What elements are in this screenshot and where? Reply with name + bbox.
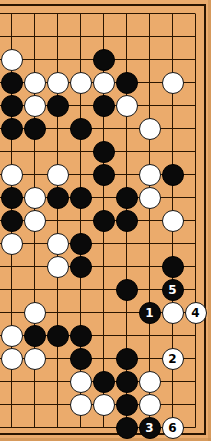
intersection-M14 [23,117,46,140]
white-stone [1,49,23,71]
go-board: 514236 [0,2,207,439]
intersection-R15 [138,94,161,117]
white-stone [93,72,115,94]
intersection-Q11 [115,186,138,209]
intersection-S2 [161,393,184,416]
white-stone [1,325,23,347]
white-stone [24,302,46,324]
intersection-T18 [184,25,207,48]
black-stone [47,95,69,117]
intersection-L13 [0,140,23,163]
white-stone [162,302,184,324]
intersection-N9 [46,232,69,255]
black-stone [116,394,138,416]
intersection-M8 [23,255,46,278]
intersection-R8 [138,255,161,278]
intersection-R6: 1 [138,301,161,324]
intersection-M1 [23,416,46,439]
white-stone [139,371,161,393]
intersection-Q9 [115,232,138,255]
intersection-S10 [161,209,184,232]
white-stone [70,72,92,94]
white-stone [162,72,184,94]
intersection-S17 [161,48,184,71]
intersection-M13 [23,140,46,163]
white-stone [24,348,46,370]
intersection-S15 [161,94,184,117]
white-stone [1,348,23,370]
intersection-R18 [138,25,161,48]
intersection-N16 [46,71,69,94]
black-stone-move-1: 1 [139,302,161,324]
intersection-L16 [0,71,23,94]
intersection-M4 [23,347,46,370]
intersection-P16 [92,71,115,94]
intersection-T12 [184,163,207,186]
intersection-L8 [0,255,23,278]
black-stone [1,187,23,209]
intersection-N5 [46,324,69,347]
intersection-P17 [92,48,115,71]
black-stone [70,118,92,140]
intersection-Q3 [115,370,138,393]
intersection-R13 [138,140,161,163]
black-stone [93,210,115,232]
black-stone [70,325,92,347]
intersection-R5 [138,324,161,347]
intersection-N8 [46,255,69,278]
intersection-O19 [69,2,92,25]
intersection-T4 [184,347,207,370]
intersection-Q8 [115,255,138,278]
intersection-P19 [92,2,115,25]
black-stone [47,325,69,347]
intersection-R11 [138,186,161,209]
white-stone [139,118,161,140]
intersection-P2 [92,393,115,416]
white-stone [162,210,184,232]
intersection-N19 [46,2,69,25]
black-stone [1,210,23,232]
white-stone-move-2: 2 [162,348,184,370]
black-stone [93,95,115,117]
intersection-R9 [138,232,161,255]
intersection-L11 [0,186,23,209]
intersection-T11 [184,186,207,209]
intersection-M2 [23,393,46,416]
intersection-N3 [46,370,69,393]
intersection-N2 [46,393,69,416]
intersection-O10 [69,209,92,232]
intersection-P3 [92,370,115,393]
black-stone [162,256,184,278]
intersection-R10 [138,209,161,232]
intersection-M19 [23,2,46,25]
black-stone [116,210,138,232]
white-stone [24,187,46,209]
intersection-M3 [23,370,46,393]
intersection-O13 [69,140,92,163]
white-stone [47,233,69,255]
intersection-L12 [0,163,23,186]
white-stone [1,164,23,186]
white-stone [70,371,92,393]
black-stone [116,279,138,301]
black-stone [24,325,46,347]
intersection-O16 [69,71,92,94]
intersection-L3 [0,370,23,393]
intersection-S13 [161,140,184,163]
intersection-P8 [92,255,115,278]
intersection-T16 [184,71,207,94]
intersection-M7 [23,278,46,301]
intersection-S3 [161,370,184,393]
intersection-N17 [46,48,69,71]
intersection-Q1 [115,416,138,439]
intersection-N14 [46,117,69,140]
intersection-P7 [92,278,115,301]
intersection-M9 [23,232,46,255]
intersection-P4 [92,347,115,370]
intersection-R12 [138,163,161,186]
intersection-O12 [69,163,92,186]
intersection-Q19 [115,2,138,25]
intersection-N11 [46,186,69,209]
intersection-R19 [138,2,161,25]
black-stone [116,348,138,370]
intersection-P15 [92,94,115,117]
intersection-O18 [69,25,92,48]
black-stone-move-5: 5 [162,279,184,301]
intersection-Q17 [115,48,138,71]
intersection-S16 [161,71,184,94]
intersection-T10 [184,209,207,232]
intersection-P5 [92,324,115,347]
intersection-P12 [92,163,115,186]
intersection-T5 [184,324,207,347]
intersection-M16 [23,71,46,94]
white-stone [116,95,138,117]
white-stone [93,394,115,416]
black-stone [70,348,92,370]
intersection-Q12 [115,163,138,186]
intersection-L15 [0,94,23,117]
intersection-Q6 [115,301,138,324]
intersection-S7: 5 [161,278,184,301]
black-stone [70,187,92,209]
intersection-R1: 3 [138,416,161,439]
intersection-S18 [161,25,184,48]
intersection-R16 [138,71,161,94]
intersection-N10 [46,209,69,232]
intersection-L5 [0,324,23,347]
intersection-L9 [0,232,23,255]
black-stone [24,118,46,140]
intersection-L17 [0,48,23,71]
intersection-Q5 [115,324,138,347]
intersection-L18 [0,25,23,48]
intersection-L6 [0,301,23,324]
intersection-S9 [161,232,184,255]
white-stone-move-4: 4 [185,302,207,324]
intersection-R14 [138,117,161,140]
intersection-N7 [46,278,69,301]
intersection-O9 [69,232,92,255]
intersection-P11 [92,186,115,209]
intersection-T15 [184,94,207,117]
intersection-L14 [0,117,23,140]
intersection-L7 [0,278,23,301]
intersection-O1 [69,416,92,439]
intersection-Q4 [115,347,138,370]
intersection-S4: 2 [161,347,184,370]
white-stone [1,233,23,255]
intersection-Q18 [115,25,138,48]
intersection-L4 [0,347,23,370]
intersection-M18 [23,25,46,48]
intersection-O8 [69,255,92,278]
black-stone [93,371,115,393]
intersection-M17 [23,48,46,71]
intersection-R4 [138,347,161,370]
intersection-P18 [92,25,115,48]
black-stone [1,118,23,140]
white-stone [70,394,92,416]
intersection-R2 [138,393,161,416]
intersection-P14 [92,117,115,140]
intersection-T17 [184,48,207,71]
intersection-N6 [46,301,69,324]
intersection-T1 [184,416,207,439]
white-stone [47,72,69,94]
intersection-N18 [46,25,69,48]
black-stone [93,141,115,163]
black-stone [116,371,138,393]
intersection-M15 [23,94,46,117]
intersection-O14 [69,117,92,140]
black-stone [116,417,138,439]
white-stone-move-6: 6 [162,417,184,439]
black-stone [47,187,69,209]
board-side-bevel-right [208,0,211,441]
black-stone-move-3: 3 [139,417,161,439]
intersection-T9 [184,232,207,255]
intersection-O7 [69,278,92,301]
intersection-L10 [0,209,23,232]
intersection-M5 [23,324,46,347]
intersection-S14 [161,117,184,140]
intersection-M11 [23,186,46,209]
black-stone [162,164,184,186]
black-stone [70,233,92,255]
black-stone [1,72,23,94]
intersection-T7 [184,278,207,301]
white-stone [24,210,46,232]
intersection-S5 [161,324,184,347]
intersection-M10 [23,209,46,232]
intersection-P9 [92,232,115,255]
intersection-T8 [184,255,207,278]
black-stone [116,187,138,209]
intersection-Q16 [115,71,138,94]
intersection-O17 [69,48,92,71]
intersection-Q13 [115,140,138,163]
intersection-P10 [92,209,115,232]
black-stone [70,256,92,278]
intersection-P13 [92,140,115,163]
black-stone [1,95,23,117]
intersection-S11 [161,186,184,209]
intersection-S8 [161,255,184,278]
intersection-S1: 6 [161,416,184,439]
white-stone [139,394,161,416]
intersection-M6 [23,301,46,324]
white-stone [47,164,69,186]
intersection-S12 [161,163,184,186]
black-stone [93,164,115,186]
white-stone [24,72,46,94]
intersection-R17 [138,48,161,71]
intersection-T19 [184,2,207,25]
intersection-O15 [69,94,92,117]
white-stone [24,95,46,117]
intersection-S6 [161,301,184,324]
intersection-L2 [0,393,23,416]
intersection-M12 [23,163,46,186]
intersection-O11 [69,186,92,209]
intersection-N15 [46,94,69,117]
intersection-T3 [184,370,207,393]
intersection-T14 [184,117,207,140]
intersection-N13 [46,140,69,163]
intersection-O4 [69,347,92,370]
intersection-Q15 [115,94,138,117]
intersection-N1 [46,416,69,439]
intersection-N12 [46,163,69,186]
intersection-O6 [69,301,92,324]
white-stone [139,164,161,186]
intersection-L1 [0,416,23,439]
intersection-L19 [0,2,23,25]
intersection-Q2 [115,393,138,416]
intersection-Q7 [115,278,138,301]
go-diagram: 514236 [0,0,211,441]
black-stone [93,49,115,71]
black-stone [116,72,138,94]
intersection-T2 [184,393,207,416]
intersection-R3 [138,370,161,393]
intersection-O2 [69,393,92,416]
intersection-Q14 [115,117,138,140]
intersection-Q10 [115,209,138,232]
white-stone [47,256,69,278]
intersection-P6 [92,301,115,324]
intersection-N4 [46,347,69,370]
white-stone [139,187,161,209]
intersection-T6: 4 [184,301,207,324]
intersection-O5 [69,324,92,347]
intersection-P1 [92,416,115,439]
intersection-S19 [161,2,184,25]
intersection-R7 [138,278,161,301]
intersection-T13 [184,140,207,163]
intersection-O3 [69,370,92,393]
